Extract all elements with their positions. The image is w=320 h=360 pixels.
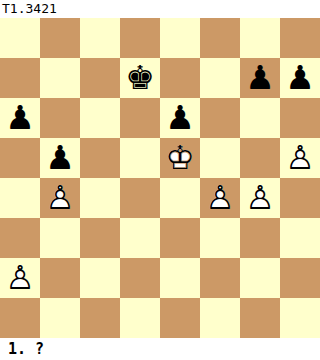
square-g2[interactable]	[240, 258, 280, 298]
square-g1[interactable]	[240, 298, 280, 338]
square-c6[interactable]	[80, 98, 120, 138]
square-h3[interactable]	[280, 218, 320, 258]
square-f1[interactable]	[200, 298, 240, 338]
square-e2[interactable]	[160, 258, 200, 298]
square-f4[interactable]: ♟♙	[200, 178, 240, 218]
square-h6[interactable]	[280, 98, 320, 138]
square-b4[interactable]: ♟♙	[40, 178, 80, 218]
square-f7[interactable]	[200, 58, 240, 98]
square-d2[interactable]	[120, 258, 160, 298]
white-pawn-outline-glyph: ♙	[240, 178, 280, 218]
square-b5[interactable]: ♟	[40, 138, 80, 178]
square-h4[interactable]	[280, 178, 320, 218]
square-a8[interactable]	[0, 18, 40, 58]
white-pawn: ♟♙	[200, 178, 240, 218]
square-a4[interactable]	[0, 178, 40, 218]
square-d1[interactable]	[120, 298, 160, 338]
white-king-outline-glyph: ♔	[160, 138, 200, 178]
square-d7[interactable]: ♚	[120, 58, 160, 98]
square-b3[interactable]	[40, 218, 80, 258]
square-a2[interactable]: ♟♙	[0, 258, 40, 298]
black-king: ♚	[120, 58, 160, 98]
black-pawn: ♟	[280, 58, 320, 98]
square-e3[interactable]	[160, 218, 200, 258]
white-pawn: ♟♙	[240, 178, 280, 218]
white-pawn: ♟♙	[280, 138, 320, 178]
puzzle-id: T1.3421	[0, 0, 57, 18]
square-g8[interactable]	[240, 18, 280, 58]
black-pawn: ♟	[160, 98, 200, 138]
square-c8[interactable]	[80, 18, 120, 58]
square-e8[interactable]	[160, 18, 200, 58]
square-a1[interactable]	[0, 298, 40, 338]
square-g4[interactable]: ♟♙	[240, 178, 280, 218]
square-g7[interactable]: ♟	[240, 58, 280, 98]
black-pawn: ♟	[240, 58, 280, 98]
white-king: ♚♔	[160, 138, 200, 178]
title-bar: T1.3421	[0, 0, 320, 18]
square-f3[interactable]	[200, 218, 240, 258]
white-pawn: ♟♙	[40, 178, 80, 218]
square-f2[interactable]	[200, 258, 240, 298]
black-pawn: ♟	[0, 98, 40, 138]
white-pawn-outline-glyph: ♙	[40, 178, 80, 218]
square-c7[interactable]	[80, 58, 120, 98]
chess-board: ♚♟♟♟♟♟♚♔♟♙♟♙♟♙♟♙♟♙	[0, 18, 320, 338]
square-h2[interactable]	[280, 258, 320, 298]
white-pawn: ♟♙	[0, 258, 40, 298]
square-h5[interactable]: ♟♙	[280, 138, 320, 178]
white-pawn-outline-glyph: ♙	[0, 258, 40, 298]
square-g3[interactable]	[240, 218, 280, 258]
square-d6[interactable]	[120, 98, 160, 138]
white-pawn-outline-glyph: ♙	[200, 178, 240, 218]
black-pawn: ♟	[40, 138, 80, 178]
move-prompt: 1. ?	[0, 338, 44, 360]
square-b2[interactable]	[40, 258, 80, 298]
footer-bar: 1. ?	[0, 338, 320, 360]
white-pawn-outline-glyph: ♙	[280, 138, 320, 178]
square-d4[interactable]	[120, 178, 160, 218]
square-c3[interactable]	[80, 218, 120, 258]
square-h7[interactable]: ♟	[280, 58, 320, 98]
square-c5[interactable]	[80, 138, 120, 178]
square-d8[interactable]	[120, 18, 160, 58]
square-a5[interactable]	[0, 138, 40, 178]
square-d3[interactable]	[120, 218, 160, 258]
square-h1[interactable]	[280, 298, 320, 338]
square-e4[interactable]	[160, 178, 200, 218]
square-f8[interactable]	[200, 18, 240, 58]
square-b7[interactable]	[40, 58, 80, 98]
square-b6[interactable]	[40, 98, 80, 138]
square-b1[interactable]	[40, 298, 80, 338]
square-e7[interactable]	[160, 58, 200, 98]
square-c1[interactable]	[80, 298, 120, 338]
square-f6[interactable]	[200, 98, 240, 138]
square-g6[interactable]	[240, 98, 280, 138]
square-f5[interactable]	[200, 138, 240, 178]
square-a7[interactable]	[0, 58, 40, 98]
square-e5[interactable]: ♚♔	[160, 138, 200, 178]
square-c2[interactable]	[80, 258, 120, 298]
chess-puzzle-page: T1.3421 ♚♟♟♟♟♟♚♔♟♙♟♙♟♙♟♙♟♙ 1. ?	[0, 0, 320, 360]
square-a3[interactable]	[0, 218, 40, 258]
square-d5[interactable]	[120, 138, 160, 178]
square-c4[interactable]	[80, 178, 120, 218]
square-b8[interactable]	[40, 18, 80, 58]
square-g5[interactable]	[240, 138, 280, 178]
square-h8[interactable]	[280, 18, 320, 58]
square-a6[interactable]: ♟	[0, 98, 40, 138]
square-e6[interactable]: ♟	[160, 98, 200, 138]
square-e1[interactable]	[160, 298, 200, 338]
